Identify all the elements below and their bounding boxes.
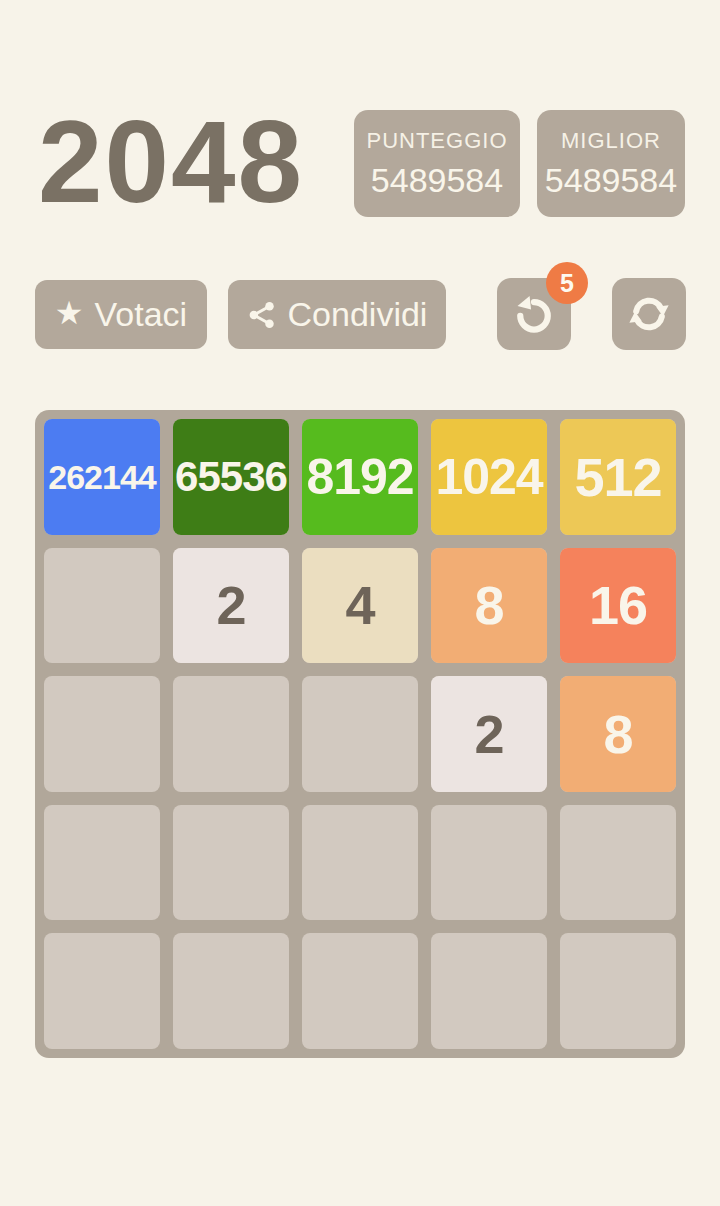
board-cell <box>44 933 160 1049</box>
restart-button[interactable] <box>612 278 686 350</box>
board-cell <box>431 933 547 1049</box>
board-cell: 8 <box>560 676 676 792</box>
tile-2: 2 <box>431 676 547 792</box>
best-value: 5489584 <box>545 161 677 200</box>
share-button[interactable]: Condividi <box>228 280 446 349</box>
tile-262144: 262144 <box>44 419 160 535</box>
board-cell <box>173 805 289 921</box>
tile-4: 4 <box>302 548 418 664</box>
tile-65536: 65536 <box>173 419 289 535</box>
share-button-label: Condividi <box>288 295 428 334</box>
board-cell <box>560 805 676 921</box>
board-cell: 8192 <box>302 419 418 535</box>
best-box: MIGLIOR 5489584 <box>537 110 685 217</box>
tile-8192: 8192 <box>302 419 418 535</box>
board-cell <box>44 805 160 921</box>
tile-8: 8 <box>431 548 547 664</box>
board-cell: 512 <box>560 419 676 535</box>
board-cell: 4 <box>302 548 418 664</box>
game-board[interactable]: 26214465536819210245122481628 <box>35 410 685 1058</box>
board-cell: 8 <box>431 548 547 664</box>
board-cell <box>44 676 160 792</box>
tile-512: 512 <box>560 419 676 535</box>
board-cell <box>560 933 676 1049</box>
board-cell <box>431 805 547 921</box>
board-cell <box>173 676 289 792</box>
undo-count-badge: 5 <box>546 262 588 304</box>
undo-icon <box>512 292 556 336</box>
tile-8: 8 <box>560 676 676 792</box>
score-box: PUNTEGGIO 5489584 <box>354 110 520 217</box>
rate-button[interactable]: ★ Votaci <box>35 280 207 349</box>
board-cell: 262144 <box>44 419 160 535</box>
score-panel: PUNTEGGIO 5489584 MIGLIOR 5489584 <box>354 110 685 217</box>
score-label: PUNTEGGIO <box>366 128 507 154</box>
app-title: 2048 <box>38 104 304 220</box>
tile-2: 2 <box>173 548 289 664</box>
share-icon <box>247 300 277 330</box>
board-cell: 1024 <box>431 419 547 535</box>
board-cell <box>302 676 418 792</box>
tile-1024: 1024 <box>431 419 547 535</box>
board-cell <box>302 933 418 1049</box>
tile-16: 16 <box>560 548 676 664</box>
score-value: 5489584 <box>371 161 503 200</box>
star-icon: ★ <box>55 297 84 329</box>
board-cell: 2 <box>173 548 289 664</box>
best-label: MIGLIOR <box>561 128 661 154</box>
board-cell: 2 <box>431 676 547 792</box>
board-cell <box>302 805 418 921</box>
board-cell <box>173 933 289 1049</box>
refresh-icon <box>627 292 671 336</box>
board-cell <box>44 548 160 664</box>
rate-button-label: Votaci <box>95 295 188 334</box>
board-cell: 65536 <box>173 419 289 535</box>
board-cell: 16 <box>560 548 676 664</box>
